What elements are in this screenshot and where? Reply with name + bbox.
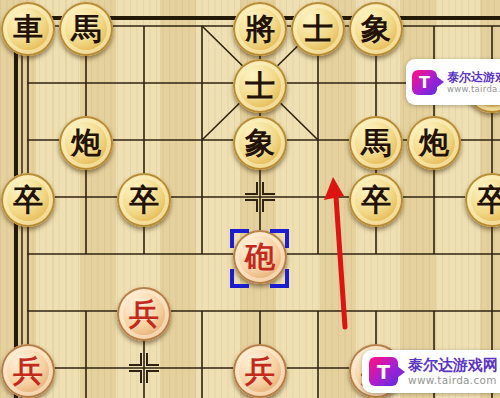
xiangqi-board: 車馬將士象士車炮象馬炮卒卒卒卒砲兵兵兵兵 T 泰尔达游戏网 www.tairda… [0, 0, 500, 398]
watermark-brand: 泰尔达游戏网 [408, 357, 498, 374]
watermark-top-right: T 泰尔达游戏网 www.tairda.com [406, 59, 500, 105]
tairda-logo-icon: T [369, 357, 398, 386]
watermark-url: www.tairda.com [447, 84, 500, 94]
watermark-url: www.tairda.com [408, 374, 498, 386]
watermark-brand: 泰尔达游戏网 [447, 70, 500, 84]
watermark-bottom-right: T 泰尔达游戏网 www.tairda.com [362, 350, 500, 393]
move-arrow-head [324, 177, 344, 200]
tairda-logo-icon: T [412, 70, 437, 95]
move-arrow-line [336, 197, 345, 327]
